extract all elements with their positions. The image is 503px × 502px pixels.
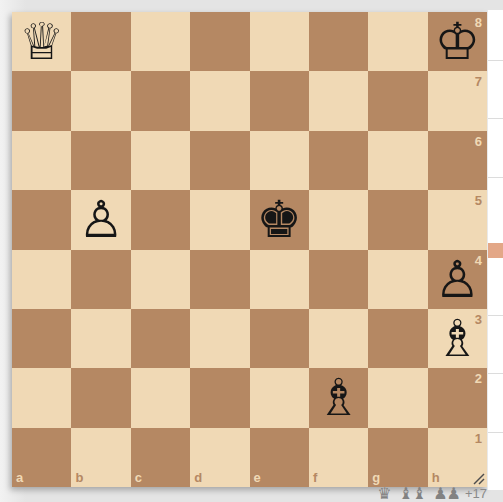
white-bishop[interactable]: ♗ [309, 368, 368, 427]
pawn-icon: ♟ [447, 486, 460, 502]
square-c1[interactable]: c [131, 428, 190, 487]
coord-file-a: a [16, 471, 23, 484]
white-bishop[interactable]: ♗ [428, 309, 487, 368]
coord-file-g: g [372, 471, 380, 484]
square-f5[interactable] [309, 190, 368, 249]
white-queen[interactable]: ♕ [12, 12, 71, 71]
panel-row-divider [488, 373, 503, 374]
material-advantage: +17 [465, 486, 487, 502]
square-b3[interactable] [71, 309, 130, 368]
square-a6[interactable] [12, 131, 71, 190]
square-c8[interactable] [131, 12, 190, 71]
square-f2[interactable]: ♗ [309, 368, 368, 427]
square-a7[interactable] [12, 71, 71, 130]
square-h4[interactable]: 4♙ [428, 250, 487, 309]
square-a8[interactable]: ♕ [12, 12, 71, 71]
square-h6[interactable]: 6 [428, 131, 487, 190]
coord-file-d: d [194, 471, 202, 484]
square-a4[interactable] [12, 250, 71, 309]
square-h3[interactable]: 3♗ [428, 309, 487, 368]
square-h8[interactable]: 8♔ [428, 12, 487, 71]
white-king[interactable]: ♔ [428, 12, 487, 71]
square-g2[interactable] [368, 368, 427, 427]
square-d4[interactable] [190, 250, 249, 309]
coord-rank-5: 5 [475, 194, 482, 207]
square-b6[interactable] [71, 131, 130, 190]
square-e8[interactable] [250, 12, 309, 71]
square-e3[interactable] [250, 309, 309, 368]
black-king[interactable]: ♚ [250, 190, 309, 249]
side-panel [487, 10, 503, 490]
square-f3[interactable] [309, 309, 368, 368]
white-pawn[interactable]: ♙ [428, 250, 487, 309]
square-d3[interactable] [190, 309, 249, 368]
material-group-pawn: ♟♟ [433, 486, 460, 502]
material-group-bishop: ♝♝ [399, 486, 426, 502]
square-f1[interactable]: f [309, 428, 368, 487]
panel-row-divider [488, 60, 503, 61]
pawn-icon: ♟ [433, 486, 446, 502]
square-g7[interactable] [368, 71, 427, 130]
coord-rank-2: 2 [475, 372, 482, 385]
square-h1[interactable]: h1 [428, 428, 487, 487]
coord-file-c: c [135, 471, 142, 484]
square-b8[interactable] [71, 12, 130, 71]
square-f7[interactable] [309, 71, 368, 130]
panel-row-divider [488, 315, 503, 316]
square-b2[interactable] [71, 368, 130, 427]
coord-rank-7: 7 [475, 75, 482, 88]
bishop-icon: ♝ [412, 486, 425, 502]
panel-row-divider [488, 432, 503, 433]
square-g1[interactable]: g [368, 428, 427, 487]
square-f4[interactable] [309, 250, 368, 309]
square-e4[interactable] [250, 250, 309, 309]
coord-file-b: b [75, 471, 83, 484]
square-b1[interactable]: b [71, 428, 130, 487]
square-c4[interactable] [131, 250, 190, 309]
square-g6[interactable] [368, 131, 427, 190]
square-h2[interactable]: 2 [428, 368, 487, 427]
square-f6[interactable] [309, 131, 368, 190]
square-g5[interactable] [368, 190, 427, 249]
square-g4[interactable] [368, 250, 427, 309]
coord-rank-1: 1 [475, 432, 482, 445]
square-c7[interactable] [131, 71, 190, 130]
square-e2[interactable] [250, 368, 309, 427]
square-d8[interactable] [190, 12, 249, 71]
square-d2[interactable] [190, 368, 249, 427]
square-d7[interactable] [190, 71, 249, 130]
square-d1[interactable]: d [190, 428, 249, 487]
square-b5[interactable]: ♙ [71, 190, 130, 249]
chess-board: ♕8♔76♙♚54♙3♗♗2abcdefgh1 [12, 12, 487, 487]
square-e1[interactable]: e [250, 428, 309, 487]
square-a5[interactable] [12, 190, 71, 249]
coord-file-h: h [432, 471, 440, 484]
material-bar: ♛♝♝♟♟+17 [0, 486, 487, 502]
square-c3[interactable] [131, 309, 190, 368]
coord-rank-6: 6 [475, 135, 482, 148]
square-h5[interactable]: 5 [428, 190, 487, 249]
square-e5[interactable]: ♚ [250, 190, 309, 249]
panel-highlighted-row[interactable] [488, 243, 503, 258]
square-e6[interactable] [250, 131, 309, 190]
panel-row-divider [488, 177, 503, 178]
board-resize-handle-icon[interactable] [471, 471, 485, 485]
square-a1[interactable]: a [12, 428, 71, 487]
square-d5[interactable] [190, 190, 249, 249]
square-f8[interactable] [309, 12, 368, 71]
square-c5[interactable] [131, 190, 190, 249]
square-h7[interactable]: 7 [428, 71, 487, 130]
material-group-queen: ♛ [377, 486, 390, 502]
square-d6[interactable] [190, 131, 249, 190]
white-pawn[interactable]: ♙ [71, 190, 130, 249]
square-b4[interactable] [71, 250, 130, 309]
bishop-icon: ♝ [399, 486, 412, 502]
square-g8[interactable] [368, 12, 427, 71]
square-c2[interactable] [131, 368, 190, 427]
square-e7[interactable] [250, 71, 309, 130]
queen-icon: ♛ [377, 486, 390, 502]
coord-file-e: e [254, 471, 261, 484]
square-a2[interactable] [12, 368, 71, 427]
square-c6[interactable] [131, 131, 190, 190]
square-g3[interactable] [368, 309, 427, 368]
coord-file-f: f [313, 471, 317, 484]
square-b7[interactable] [71, 71, 130, 130]
square-a3[interactable] [12, 309, 71, 368]
panel-row-divider [488, 118, 503, 119]
